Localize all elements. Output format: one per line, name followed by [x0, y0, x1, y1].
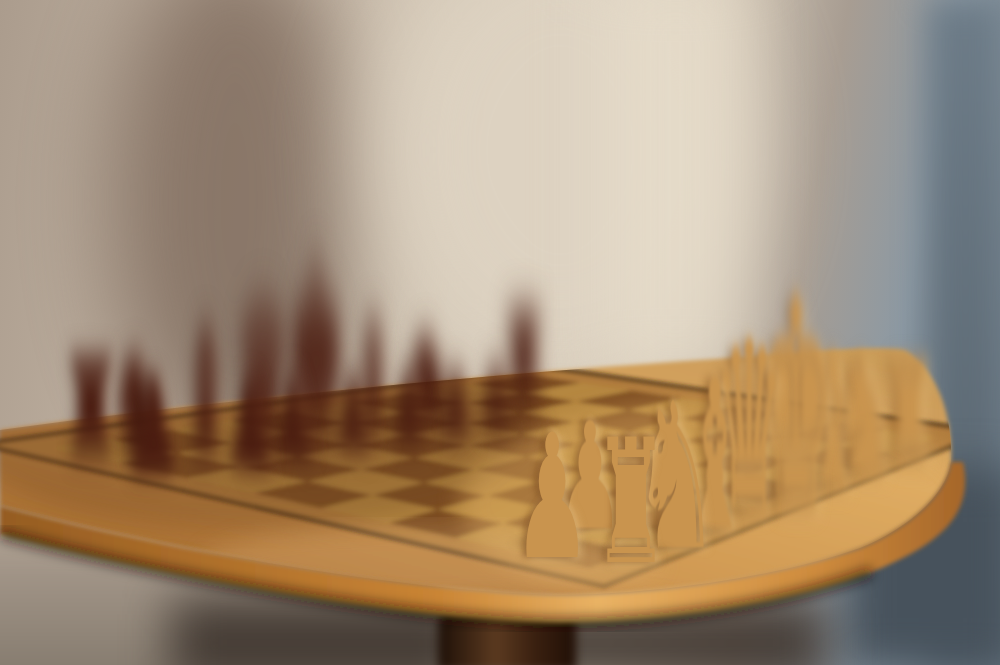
pieces-layer: ♜♞♝♟♚♟♛♟♝♞♟♜♟♜♟♞♟♝♚♛♝♟♞♟♜ [0, 0, 1000, 665]
piece-black-pawn-e7[interactable]: ♟ [387, 358, 432, 458]
piece-black-pawn-d7[interactable]: ♟ [330, 361, 377, 465]
piece-black-pawn-a7[interactable]: ♟ [123, 361, 182, 493]
piece-black-pawn-f7[interactable]: ♟ [434, 355, 477, 451]
chess-photo-scene: ♜♞♝♟♚♟♛♟♝♞♟♜♟♜♟♞♟♝♚♛♝♟♞♟♜ [0, 0, 1000, 665]
piece-black-pawn-b7[interactable]: ♟ [224, 364, 278, 484]
piece-black-rook-a8[interactable]: ♜ [61, 340, 120, 479]
piece-white-rook-a1[interactable]: ♜ [593, 416, 668, 588]
piece-white-pawn-a2[interactable]: ♟ [513, 411, 590, 583]
